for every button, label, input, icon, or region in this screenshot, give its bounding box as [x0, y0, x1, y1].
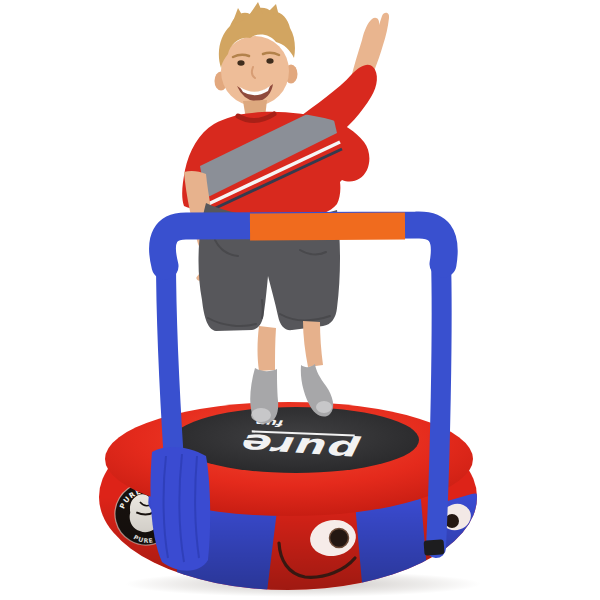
handlebar-grip-orange — [250, 226, 405, 227]
boy-left-shin — [258, 326, 277, 371]
boy-left-sock-toe — [251, 408, 271, 422]
boy-eye-right — [266, 58, 273, 64]
boy-right-shin — [303, 321, 323, 367]
handlebar-clamp — [424, 539, 445, 555]
handlebar-sleeve — [150, 447, 210, 571]
boy-eye-left — [237, 60, 244, 66]
product-photo: PURE FUN PURE FUN pure fun — [0, 0, 600, 600]
scene-svg: PURE FUN PURE FUN pure fun — [0, 0, 600, 600]
face-eye-left-pupil — [330, 529, 349, 548]
handlebar-leg-left — [166, 258, 174, 462]
boy-head — [215, 2, 298, 106]
handlebar-leg-right — [436, 258, 442, 548]
boy-right-sock-toe — [316, 401, 332, 413]
